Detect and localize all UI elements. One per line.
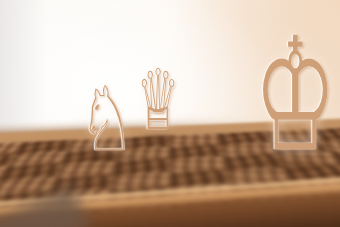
glass-queen-piece: ♕ [118, 57, 198, 141]
photo-canvas: ♘ ♕ ♔ [0, 0, 340, 227]
glass-king-piece: ♔ [254, 18, 334, 174]
